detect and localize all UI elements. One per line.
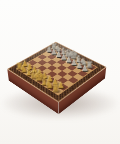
gold-rook-glyph: ♜ (46, 84, 64, 93)
chess-case: ♜♞♝♛♚♝♞♜♟♟♟♟♟♟♟♟♟♟♟♟♟♟♟♟♜♞♝♛♚♝♞♜ (7, 42, 106, 102)
silver-pawn-glyph: ♟ (76, 65, 92, 73)
scene: ♜♞♝♛♚♝♞♜♟♟♟♟♟♟♟♟♟♟♟♟♟♟♟♟♜♞♝♛♚♝♞♜ (0, 0, 120, 144)
product-photo: ♜♞♝♛♚♝♞♜♟♟♟♟♟♟♟♟♟♟♟♟♟♟♟♟♜♞♝♛♚♝♞♜ (0, 0, 120, 144)
